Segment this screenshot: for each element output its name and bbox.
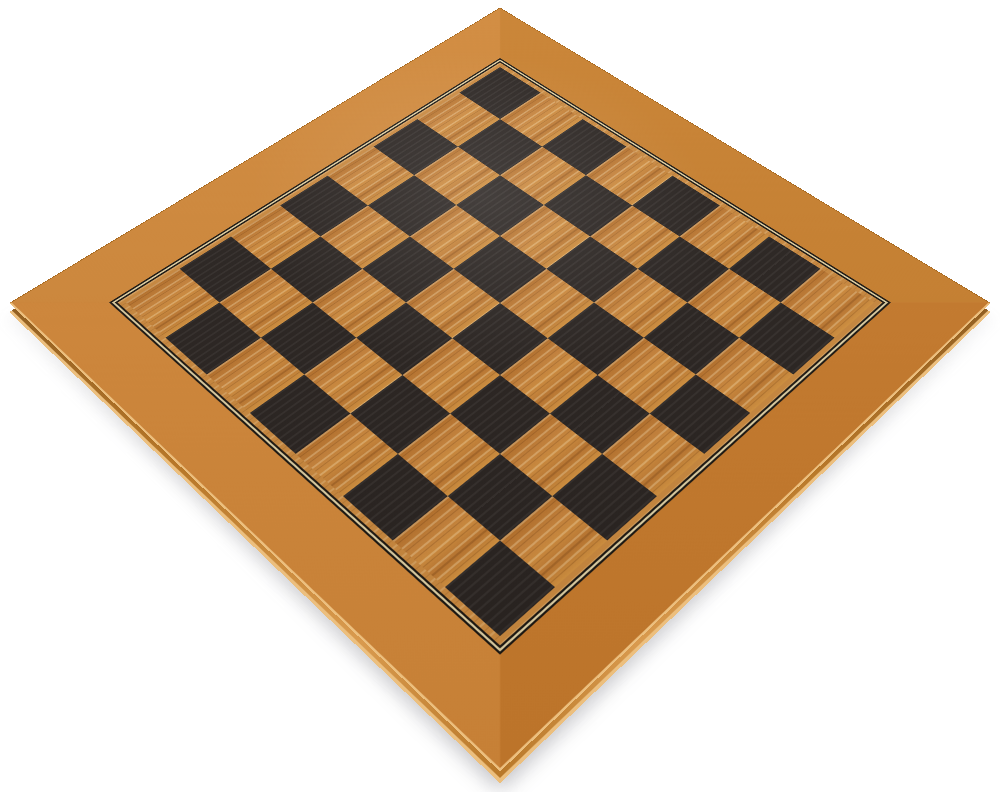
- field-margin: [118, 63, 883, 646]
- field-border-inner: [115, 61, 885, 648]
- scene: [0, 0, 1000, 792]
- board-grid: [126, 67, 874, 636]
- field-border-light: [112, 60, 888, 652]
- chess-board: [9, 8, 990, 772]
- field-border-outer: [109, 58, 891, 655]
